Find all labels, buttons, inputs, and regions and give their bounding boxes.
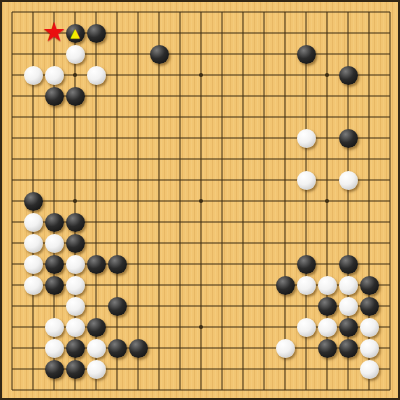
board-point-c5-r17[interactable] bbox=[86, 338, 107, 359]
board-point-c16-r11[interactable] bbox=[317, 212, 338, 233]
board-point-c12-r5[interactable] bbox=[233, 86, 254, 107]
board-point-c9-r10[interactable] bbox=[170, 191, 191, 212]
board-point-c5-r4[interactable] bbox=[86, 65, 107, 86]
board-point-c1-r4[interactable] bbox=[2, 65, 23, 86]
board-point-c4-r9[interactable] bbox=[65, 170, 86, 191]
board-point-c19-r14[interactable] bbox=[380, 275, 400, 296]
board-point-c7-r5[interactable] bbox=[128, 86, 149, 107]
board-point-c14-r16[interactable] bbox=[275, 317, 296, 338]
board-point-c11-r16[interactable] bbox=[212, 317, 233, 338]
board-point-c9-r6[interactable] bbox=[170, 107, 191, 128]
board-point-c10-r15[interactable] bbox=[191, 296, 212, 317]
board-point-c17-r10[interactable] bbox=[338, 191, 359, 212]
board-point-c15-r8[interactable] bbox=[296, 149, 317, 170]
board-point-c11-r7[interactable] bbox=[212, 128, 233, 149]
board-point-c4-r11[interactable] bbox=[65, 212, 86, 233]
board-point-c13-r9[interactable] bbox=[254, 170, 275, 191]
board-point-c10-r6[interactable] bbox=[191, 107, 212, 128]
board-point-c13-r13[interactable] bbox=[254, 254, 275, 275]
board-point-c18-r17[interactable] bbox=[359, 338, 380, 359]
board-point-c4-r17[interactable] bbox=[65, 338, 86, 359]
board-point-c11-r19[interactable] bbox=[212, 380, 233, 400]
board-point-c19-r11[interactable] bbox=[380, 212, 400, 233]
board-point-c14-r14[interactable] bbox=[275, 275, 296, 296]
board-point-c14-r1[interactable] bbox=[275, 2, 296, 23]
board-point-c10-r10[interactable] bbox=[191, 191, 212, 212]
board-point-c9-r17[interactable] bbox=[170, 338, 191, 359]
board-point-c4-r18[interactable] bbox=[65, 359, 86, 380]
board-point-c13-r16[interactable] bbox=[254, 317, 275, 338]
board-point-c8-r18[interactable] bbox=[149, 359, 170, 380]
board-point-c2-r18[interactable] bbox=[23, 359, 44, 380]
board-point-c1-r14[interactable] bbox=[2, 275, 23, 296]
board-point-c11-r11[interactable] bbox=[212, 212, 233, 233]
board-point-c11-r13[interactable] bbox=[212, 254, 233, 275]
board-point-c16-r15[interactable] bbox=[317, 296, 338, 317]
board-point-c16-r14[interactable] bbox=[317, 275, 338, 296]
board-point-c15-r14[interactable] bbox=[296, 275, 317, 296]
board-point-c8-r2[interactable] bbox=[149, 23, 170, 44]
board-point-c4-r3[interactable] bbox=[65, 44, 86, 65]
board-point-c1-r12[interactable] bbox=[2, 233, 23, 254]
board-point-c12-r3[interactable] bbox=[233, 44, 254, 65]
board-point-c3-r14[interactable] bbox=[44, 275, 65, 296]
board-point-c2-r17[interactable] bbox=[23, 338, 44, 359]
board-point-c12-r6[interactable] bbox=[233, 107, 254, 128]
board-point-c2-r15[interactable] bbox=[23, 296, 44, 317]
board-point-c5-r1[interactable] bbox=[86, 2, 107, 23]
board-point-c3-r8[interactable] bbox=[44, 149, 65, 170]
board-point-c5-r9[interactable] bbox=[86, 170, 107, 191]
board-point-c4-r2[interactable]: ▲ bbox=[65, 23, 86, 44]
board-point-c7-r3[interactable] bbox=[128, 44, 149, 65]
board-point-c5-r16[interactable] bbox=[86, 317, 107, 338]
board-point-c15-r17[interactable] bbox=[296, 338, 317, 359]
board-point-c15-r6[interactable] bbox=[296, 107, 317, 128]
board-point-c13-r4[interactable] bbox=[254, 65, 275, 86]
board-point-c8-r6[interactable] bbox=[149, 107, 170, 128]
board-point-c9-r18[interactable] bbox=[170, 359, 191, 380]
board-point-c10-r16[interactable] bbox=[191, 317, 212, 338]
board-point-c6-r17[interactable] bbox=[107, 338, 128, 359]
board-point-c14-r13[interactable] bbox=[275, 254, 296, 275]
board-point-c2-r14[interactable] bbox=[23, 275, 44, 296]
board-point-c9-r5[interactable] bbox=[170, 86, 191, 107]
board-point-c7-r19[interactable] bbox=[128, 380, 149, 400]
board-point-c18-r5[interactable] bbox=[359, 86, 380, 107]
board-point-c17-r14[interactable] bbox=[338, 275, 359, 296]
board-point-c19-r18[interactable] bbox=[380, 359, 400, 380]
board-point-c6-r3[interactable] bbox=[107, 44, 128, 65]
board-point-c13-r2[interactable] bbox=[254, 23, 275, 44]
board-point-c18-r14[interactable] bbox=[359, 275, 380, 296]
board-point-c3-r17[interactable] bbox=[44, 338, 65, 359]
board-point-c10-r12[interactable] bbox=[191, 233, 212, 254]
board-point-c15-r7[interactable] bbox=[296, 128, 317, 149]
board-point-c13-r12[interactable] bbox=[254, 233, 275, 254]
board-point-c1-r15[interactable] bbox=[2, 296, 23, 317]
board-point-c1-r7[interactable] bbox=[2, 128, 23, 149]
board-point-c7-r11[interactable] bbox=[128, 212, 149, 233]
board-point-c2-r13[interactable] bbox=[23, 254, 44, 275]
board-point-c7-r15[interactable] bbox=[128, 296, 149, 317]
board-point-c5-r11[interactable] bbox=[86, 212, 107, 233]
board-point-c15-r5[interactable] bbox=[296, 86, 317, 107]
board-point-c8-r19[interactable] bbox=[149, 380, 170, 400]
board-point-c16-r3[interactable] bbox=[317, 44, 338, 65]
board-point-c14-r12[interactable] bbox=[275, 233, 296, 254]
board-point-c7-r16[interactable] bbox=[128, 317, 149, 338]
board-point-c11-r6[interactable] bbox=[212, 107, 233, 128]
board-point-c11-r14[interactable] bbox=[212, 275, 233, 296]
board-point-c13-r1[interactable] bbox=[254, 2, 275, 23]
board-point-c17-r8[interactable] bbox=[338, 149, 359, 170]
board-point-c18-r15[interactable] bbox=[359, 296, 380, 317]
board-point-c12-r19[interactable] bbox=[233, 380, 254, 400]
board-point-c5-r12[interactable] bbox=[86, 233, 107, 254]
board-point-c11-r4[interactable] bbox=[212, 65, 233, 86]
board-point-c11-r10[interactable] bbox=[212, 191, 233, 212]
board-point-c3-r15[interactable] bbox=[44, 296, 65, 317]
board-point-c8-r8[interactable] bbox=[149, 149, 170, 170]
board-point-c19-r6[interactable] bbox=[380, 107, 400, 128]
board-point-c15-r12[interactable] bbox=[296, 233, 317, 254]
board-point-c14-r8[interactable] bbox=[275, 149, 296, 170]
board-point-c15-r9[interactable] bbox=[296, 170, 317, 191]
board-point-c3-r2[interactable]: ★ bbox=[44, 23, 65, 44]
board-point-c18-r4[interactable] bbox=[359, 65, 380, 86]
board-point-c2-r19[interactable] bbox=[23, 380, 44, 400]
board-point-c11-r8[interactable] bbox=[212, 149, 233, 170]
board-point-c6-r19[interactable] bbox=[107, 380, 128, 400]
board-point-c17-r13[interactable] bbox=[338, 254, 359, 275]
board-point-c19-r1[interactable] bbox=[380, 2, 400, 23]
board-point-c9-r12[interactable] bbox=[170, 233, 191, 254]
board-point-c18-r6[interactable] bbox=[359, 107, 380, 128]
board-point-c4-r1[interactable] bbox=[65, 2, 86, 23]
board-point-c2-r10[interactable] bbox=[23, 191, 44, 212]
board-point-c5-r19[interactable] bbox=[86, 380, 107, 400]
board-point-c14-r19[interactable] bbox=[275, 380, 296, 400]
board-point-c1-r8[interactable] bbox=[2, 149, 23, 170]
board-point-c8-r15[interactable] bbox=[149, 296, 170, 317]
board-point-c16-r16[interactable] bbox=[317, 317, 338, 338]
board-point-c2-r9[interactable] bbox=[23, 170, 44, 191]
board-point-c9-r3[interactable] bbox=[170, 44, 191, 65]
board-point-c2-r12[interactable] bbox=[23, 233, 44, 254]
board-point-c9-r19[interactable] bbox=[170, 380, 191, 400]
board-point-c3-r5[interactable] bbox=[44, 86, 65, 107]
board-point-c10-r9[interactable] bbox=[191, 170, 212, 191]
board-point-c12-r12[interactable] bbox=[233, 233, 254, 254]
board-point-c9-r8[interactable] bbox=[170, 149, 191, 170]
board-point-c17-r19[interactable] bbox=[338, 380, 359, 400]
board-point-c8-r5[interactable] bbox=[149, 86, 170, 107]
board-point-c1-r19[interactable] bbox=[2, 380, 23, 400]
board-point-c6-r2[interactable] bbox=[107, 23, 128, 44]
board-point-c16-r5[interactable] bbox=[317, 86, 338, 107]
board-point-c8-r13[interactable] bbox=[149, 254, 170, 275]
board-point-c9-r7[interactable] bbox=[170, 128, 191, 149]
board-point-c11-r2[interactable] bbox=[212, 23, 233, 44]
board-point-c4-r7[interactable] bbox=[65, 128, 86, 149]
board-point-c16-r13[interactable] bbox=[317, 254, 338, 275]
board-point-c19-r16[interactable] bbox=[380, 317, 400, 338]
board-point-c16-r7[interactable] bbox=[317, 128, 338, 149]
board-point-c18-r11[interactable] bbox=[359, 212, 380, 233]
board-point-c5-r5[interactable] bbox=[86, 86, 107, 107]
board-point-c15-r4[interactable] bbox=[296, 65, 317, 86]
board-point-c14-r18[interactable] bbox=[275, 359, 296, 380]
board-point-c13-r8[interactable] bbox=[254, 149, 275, 170]
board-point-c4-r8[interactable] bbox=[65, 149, 86, 170]
board-point-c13-r5[interactable] bbox=[254, 86, 275, 107]
board-point-c7-r4[interactable] bbox=[128, 65, 149, 86]
board-point-c6-r14[interactable] bbox=[107, 275, 128, 296]
board-point-c2-r3[interactable] bbox=[23, 44, 44, 65]
board-point-c16-r9[interactable] bbox=[317, 170, 338, 191]
board-point-c7-r2[interactable] bbox=[128, 23, 149, 44]
board-point-c6-r1[interactable] bbox=[107, 2, 128, 23]
board-point-c16-r2[interactable] bbox=[317, 23, 338, 44]
board-point-c14-r6[interactable] bbox=[275, 107, 296, 128]
board-point-c6-r8[interactable] bbox=[107, 149, 128, 170]
board-point-c7-r17[interactable] bbox=[128, 338, 149, 359]
board-point-c2-r7[interactable] bbox=[23, 128, 44, 149]
board-point-c17-r4[interactable] bbox=[338, 65, 359, 86]
board-point-c13-r6[interactable] bbox=[254, 107, 275, 128]
board-point-c10-r19[interactable] bbox=[191, 380, 212, 400]
board-point-c13-r14[interactable] bbox=[254, 275, 275, 296]
board-point-c19-r17[interactable] bbox=[380, 338, 400, 359]
board-point-c18-r7[interactable] bbox=[359, 128, 380, 149]
board-point-c10-r11[interactable] bbox=[191, 212, 212, 233]
board-point-c8-r14[interactable] bbox=[149, 275, 170, 296]
board-point-c3-r7[interactable] bbox=[44, 128, 65, 149]
board-point-c1-r18[interactable] bbox=[2, 359, 23, 380]
board-point-c12-r9[interactable] bbox=[233, 170, 254, 191]
board-point-c7-r8[interactable] bbox=[128, 149, 149, 170]
board-point-c3-r16[interactable] bbox=[44, 317, 65, 338]
board-point-c17-r18[interactable] bbox=[338, 359, 359, 380]
board-point-c1-r3[interactable] bbox=[2, 44, 23, 65]
board-point-c1-r17[interactable] bbox=[2, 338, 23, 359]
board-point-c19-r13[interactable] bbox=[380, 254, 400, 275]
board-point-c14-r9[interactable] bbox=[275, 170, 296, 191]
board-point-c7-r18[interactable] bbox=[128, 359, 149, 380]
board-point-c17-r2[interactable] bbox=[338, 23, 359, 44]
board-point-c8-r3[interactable] bbox=[149, 44, 170, 65]
board-point-c5-r10[interactable] bbox=[86, 191, 107, 212]
board-point-c4-r16[interactable] bbox=[65, 317, 86, 338]
board-point-c5-r7[interactable] bbox=[86, 128, 107, 149]
board-point-c2-r2[interactable] bbox=[23, 23, 44, 44]
board-point-c12-r17[interactable] bbox=[233, 338, 254, 359]
board-point-c1-r16[interactable] bbox=[2, 317, 23, 338]
board-point-c4-r4[interactable] bbox=[65, 65, 86, 86]
board-point-c18-r12[interactable] bbox=[359, 233, 380, 254]
board-point-c1-r10[interactable] bbox=[2, 191, 23, 212]
board-point-c6-r15[interactable] bbox=[107, 296, 128, 317]
board-point-c4-r6[interactable] bbox=[65, 107, 86, 128]
board-point-c15-r16[interactable] bbox=[296, 317, 317, 338]
board-point-c12-r7[interactable] bbox=[233, 128, 254, 149]
board-point-c5-r2[interactable] bbox=[86, 23, 107, 44]
board-point-c11-r15[interactable] bbox=[212, 296, 233, 317]
board-point-c6-r16[interactable] bbox=[107, 317, 128, 338]
board-point-c15-r1[interactable] bbox=[296, 2, 317, 23]
board-point-c16-r12[interactable] bbox=[317, 233, 338, 254]
board-point-c16-r19[interactable] bbox=[317, 380, 338, 400]
board-point-c15-r2[interactable] bbox=[296, 23, 317, 44]
board-point-c18-r10[interactable] bbox=[359, 191, 380, 212]
board-point-c8-r4[interactable] bbox=[149, 65, 170, 86]
board-point-c14-r11[interactable] bbox=[275, 212, 296, 233]
board-point-c8-r12[interactable] bbox=[149, 233, 170, 254]
board-point-c3-r12[interactable] bbox=[44, 233, 65, 254]
board-point-c12-r14[interactable] bbox=[233, 275, 254, 296]
board-point-c18-r19[interactable] bbox=[359, 380, 380, 400]
board-point-c5-r13[interactable] bbox=[86, 254, 107, 275]
board-point-c6-r9[interactable] bbox=[107, 170, 128, 191]
board-point-c18-r9[interactable] bbox=[359, 170, 380, 191]
board-point-c3-r10[interactable] bbox=[44, 191, 65, 212]
board-point-c19-r5[interactable] bbox=[380, 86, 400, 107]
board-point-c19-r7[interactable] bbox=[380, 128, 400, 149]
board-point-c5-r6[interactable] bbox=[86, 107, 107, 128]
board-point-c16-r8[interactable] bbox=[317, 149, 338, 170]
board-point-c8-r7[interactable] bbox=[149, 128, 170, 149]
board-point-c15-r10[interactable] bbox=[296, 191, 317, 212]
board-point-c6-r10[interactable] bbox=[107, 191, 128, 212]
board-point-c19-r2[interactable] bbox=[380, 23, 400, 44]
board-point-c13-r3[interactable] bbox=[254, 44, 275, 65]
board-point-c18-r16[interactable] bbox=[359, 317, 380, 338]
board-point-c7-r1[interactable] bbox=[128, 2, 149, 23]
board-point-c11-r5[interactable] bbox=[212, 86, 233, 107]
board-point-c13-r10[interactable] bbox=[254, 191, 275, 212]
board-point-c19-r12[interactable] bbox=[380, 233, 400, 254]
board-point-c17-r16[interactable] bbox=[338, 317, 359, 338]
board-point-c4-r14[interactable] bbox=[65, 275, 86, 296]
board-point-c3-r4[interactable] bbox=[44, 65, 65, 86]
board-point-c9-r14[interactable] bbox=[170, 275, 191, 296]
board-point-c14-r7[interactable] bbox=[275, 128, 296, 149]
board-point-c10-r3[interactable] bbox=[191, 44, 212, 65]
board-point-c14-r5[interactable] bbox=[275, 86, 296, 107]
board-point-c10-r13[interactable] bbox=[191, 254, 212, 275]
board-point-c13-r7[interactable] bbox=[254, 128, 275, 149]
board-point-c15-r3[interactable] bbox=[296, 44, 317, 65]
board-point-c6-r13[interactable] bbox=[107, 254, 128, 275]
board-point-c4-r5[interactable] bbox=[65, 86, 86, 107]
board-point-c6-r12[interactable] bbox=[107, 233, 128, 254]
board-point-c6-r6[interactable] bbox=[107, 107, 128, 128]
board-point-c16-r4[interactable] bbox=[317, 65, 338, 86]
board-point-c1-r13[interactable] bbox=[2, 254, 23, 275]
board-point-c19-r10[interactable] bbox=[380, 191, 400, 212]
board-point-c10-r1[interactable] bbox=[191, 2, 212, 23]
board-point-c14-r15[interactable] bbox=[275, 296, 296, 317]
board-point-c16-r17[interactable] bbox=[317, 338, 338, 359]
board-point-c16-r6[interactable] bbox=[317, 107, 338, 128]
board-point-c2-r5[interactable] bbox=[23, 86, 44, 107]
board-point-c8-r1[interactable] bbox=[149, 2, 170, 23]
board-point-c1-r5[interactable] bbox=[2, 86, 23, 107]
board-point-c13-r17[interactable] bbox=[254, 338, 275, 359]
board-point-c19-r4[interactable] bbox=[380, 65, 400, 86]
board-point-c15-r11[interactable] bbox=[296, 212, 317, 233]
board-point-c10-r17[interactable] bbox=[191, 338, 212, 359]
board-point-c5-r18[interactable] bbox=[86, 359, 107, 380]
board-point-c2-r8[interactable] bbox=[23, 149, 44, 170]
board-point-c18-r3[interactable] bbox=[359, 44, 380, 65]
board-point-c2-r11[interactable] bbox=[23, 212, 44, 233]
board-point-c4-r19[interactable] bbox=[65, 380, 86, 400]
board-point-c19-r19[interactable] bbox=[380, 380, 400, 400]
board-point-c4-r13[interactable] bbox=[65, 254, 86, 275]
board-point-c12-r11[interactable] bbox=[233, 212, 254, 233]
board-point-c11-r12[interactable] bbox=[212, 233, 233, 254]
board-point-c9-r11[interactable] bbox=[170, 212, 191, 233]
board-point-c13-r18[interactable] bbox=[254, 359, 275, 380]
board-point-c17-r5[interactable] bbox=[338, 86, 359, 107]
board-point-c5-r3[interactable] bbox=[86, 44, 107, 65]
board-point-c11-r17[interactable] bbox=[212, 338, 233, 359]
board-point-c14-r2[interactable] bbox=[275, 23, 296, 44]
board-point-c19-r3[interactable] bbox=[380, 44, 400, 65]
board-point-c7-r13[interactable] bbox=[128, 254, 149, 275]
board-point-c3-r13[interactable] bbox=[44, 254, 65, 275]
board-point-c1-r6[interactable] bbox=[2, 107, 23, 128]
board-point-c12-r15[interactable] bbox=[233, 296, 254, 317]
board-point-c9-r13[interactable] bbox=[170, 254, 191, 275]
board-point-c4-r12[interactable] bbox=[65, 233, 86, 254]
board-point-c19-r9[interactable] bbox=[380, 170, 400, 191]
board-point-c3-r6[interactable] bbox=[44, 107, 65, 128]
board-point-c15-r13[interactable] bbox=[296, 254, 317, 275]
board-point-c15-r18[interactable] bbox=[296, 359, 317, 380]
board-point-c14-r17[interactable] bbox=[275, 338, 296, 359]
board-point-c5-r14[interactable] bbox=[86, 275, 107, 296]
board-point-c8-r11[interactable] bbox=[149, 212, 170, 233]
board-point-c7-r7[interactable] bbox=[128, 128, 149, 149]
board-point-c2-r1[interactable] bbox=[23, 2, 44, 23]
board-point-c18-r1[interactable] bbox=[359, 2, 380, 23]
board-point-c7-r14[interactable] bbox=[128, 275, 149, 296]
board-point-c6-r7[interactable] bbox=[107, 128, 128, 149]
board-point-c16-r18[interactable] bbox=[317, 359, 338, 380]
board-point-c2-r16[interactable] bbox=[23, 317, 44, 338]
board-point-c11-r18[interactable] bbox=[212, 359, 233, 380]
board-point-c17-r11[interactable] bbox=[338, 212, 359, 233]
board-point-c10-r14[interactable] bbox=[191, 275, 212, 296]
board-point-c2-r6[interactable] bbox=[23, 107, 44, 128]
board-point-c12-r4[interactable] bbox=[233, 65, 254, 86]
board-point-c3-r11[interactable] bbox=[44, 212, 65, 233]
board-point-c13-r15[interactable] bbox=[254, 296, 275, 317]
board-point-c18-r13[interactable] bbox=[359, 254, 380, 275]
board-point-c14-r10[interactable] bbox=[275, 191, 296, 212]
board-point-c14-r4[interactable] bbox=[275, 65, 296, 86]
board-point-c10-r8[interactable] bbox=[191, 149, 212, 170]
board-point-c18-r2[interactable] bbox=[359, 23, 380, 44]
board-point-c17-r3[interactable] bbox=[338, 44, 359, 65]
board-point-c6-r18[interactable] bbox=[107, 359, 128, 380]
board-point-c12-r10[interactable] bbox=[233, 191, 254, 212]
board-point-c9-r1[interactable] bbox=[170, 2, 191, 23]
board-point-c3-r9[interactable] bbox=[44, 170, 65, 191]
